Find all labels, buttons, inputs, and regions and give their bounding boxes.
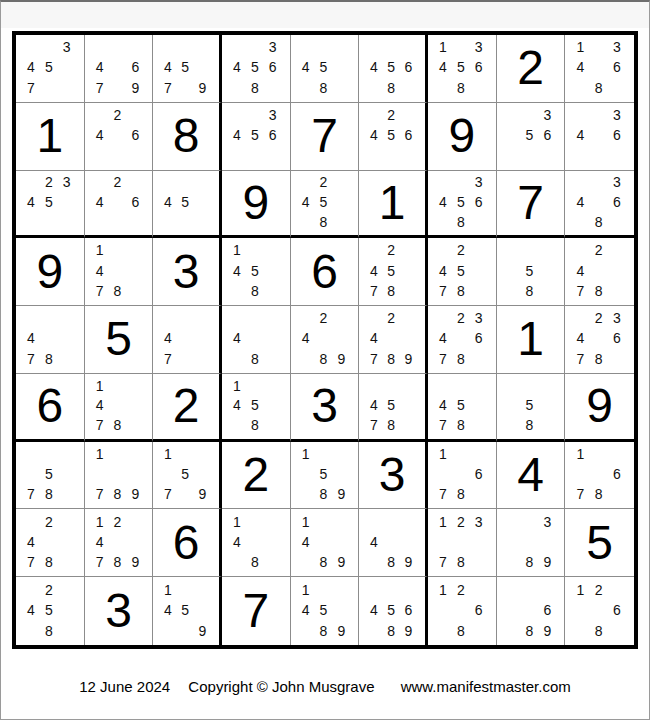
- footer: 12 June 2024 Copyright © John Musgrave w…: [1, 678, 649, 695]
- pencil-mark: 5: [521, 125, 539, 145]
- pencil-mark: 8: [383, 620, 400, 641]
- pencil-mark: 4: [91, 57, 109, 77]
- pencil-mark: 5: [452, 57, 470, 77]
- pencil-mark: 2: [109, 105, 127, 125]
- pencil-mark: 4: [22, 532, 40, 552]
- pencil-mark: 5: [521, 261, 539, 281]
- pencil-grid: 1458: [228, 376, 282, 435]
- pencil-mark: 9: [194, 620, 211, 641]
- pencil-grid: 3457: [22, 37, 76, 98]
- cell-r6c5[interactable]: 3: [291, 374, 360, 442]
- pencil-mark-empty: [40, 78, 58, 98]
- pencil-mark-empty: [608, 240, 626, 260]
- pencil-mark-empty: [297, 78, 315, 98]
- cell-r4c4[interactable]: 1458: [222, 238, 291, 306]
- cell-r7c3[interactable]: 1579: [153, 442, 222, 510]
- pencil-mark-empty: [194, 464, 211, 484]
- pencil-mark-empty: [264, 261, 282, 281]
- pencil-mark: 4: [22, 57, 40, 77]
- pencil-mark-empty: [91, 212, 109, 232]
- pencil-mark: 1: [571, 579, 589, 600]
- pencil-grid: 45689: [365, 579, 417, 641]
- cell-r9c7[interactable]: 1268: [428, 577, 497, 645]
- cell-r3c3[interactable]: 45: [153, 171, 222, 239]
- cell-r2c8[interactable]: 356: [497, 103, 566, 171]
- pencil-mark: 1: [434, 444, 452, 464]
- pencil-mark-empty: [177, 579, 194, 600]
- pencil-grid: 24789: [365, 308, 417, 369]
- pencil-mark-empty: [246, 105, 264, 125]
- cell-r1c4[interactable]: 34568: [222, 35, 291, 103]
- cell-r5c2[interactable]: 5: [85, 306, 154, 374]
- cell-value: 7: [291, 103, 359, 170]
- cell-r9c6[interactable]: 45689: [359, 577, 428, 645]
- pencil-mark-empty: [126, 212, 144, 232]
- pencil-mark: 5: [383, 57, 400, 77]
- cell-r3c7[interactable]: 34568: [428, 171, 497, 239]
- pencil-mark-empty: [400, 376, 417, 396]
- pencil-mark-empty: [521, 145, 539, 165]
- pencil-mark: 2: [109, 173, 127, 193]
- pencil-mark: 5: [452, 395, 470, 415]
- pencil-mark-empty: [365, 579, 382, 600]
- pencil-mark-empty: [365, 37, 382, 57]
- pencil-mark-empty: [434, 464, 452, 484]
- pencil-mark-empty: [434, 212, 452, 232]
- pencil-mark: 9: [194, 484, 211, 504]
- pencil-mark-empty: [58, 620, 76, 641]
- pencil-mark-empty: [332, 192, 350, 212]
- cell-r6c3[interactable]: 2: [153, 374, 222, 442]
- cell-r1c7[interactable]: 134568: [428, 35, 497, 103]
- pencil-mark: 7: [159, 484, 176, 504]
- pencil-mark-empty: [297, 464, 315, 484]
- pencil-mark-empty: [521, 532, 539, 552]
- cell-r5c4[interactable]: 48: [222, 306, 291, 374]
- pencil-grid: 58: [503, 376, 557, 435]
- cell-value: 1: [16, 103, 84, 170]
- cell-r8c1[interactable]: 2478: [16, 509, 85, 577]
- pencil-mark-empty: [58, 57, 76, 77]
- cell-r2c2[interactable]: 246: [85, 103, 154, 171]
- pencil-mark-empty: [383, 532, 400, 552]
- pencil-mark-empty: [571, 240, 589, 260]
- pencil-mark-empty: [452, 600, 470, 621]
- cell-r6c4[interactable]: 1458: [222, 374, 291, 442]
- pencil-mark-empty: [22, 212, 40, 232]
- pencil-grid: 489: [365, 511, 417, 572]
- pencil-mark: 3: [264, 37, 282, 57]
- pencil-mark-empty: [538, 281, 556, 301]
- pencil-mark: 7: [91, 484, 109, 504]
- pencil-mark-empty: [400, 105, 417, 125]
- pencil-mark: 4: [228, 328, 246, 348]
- cell-r7c7[interactable]: 1678: [428, 442, 497, 510]
- pencil-mark: 8: [452, 78, 470, 98]
- pencil-grid: 34568: [228, 37, 282, 98]
- cell-r9c5[interactable]: 14589: [291, 577, 360, 645]
- pencil-mark-empty: [400, 145, 417, 165]
- pencil-mark-empty: [332, 37, 350, 57]
- pencil-mark-empty: [109, 464, 127, 484]
- cell-r4c7[interactable]: 24578: [428, 238, 497, 306]
- cell-r1c2[interactable]: 4679: [85, 35, 154, 103]
- pencil-mark-empty: [58, 212, 76, 232]
- cell-r2c4[interactable]: 3456: [222, 103, 291, 171]
- pencil-mark: 5: [315, 57, 333, 77]
- pencil-mark-empty: [503, 376, 521, 396]
- cell-r9c2[interactable]: 3: [85, 577, 154, 645]
- pencil-mark-empty: [297, 308, 315, 328]
- pencil-mark-empty: [590, 192, 608, 212]
- pencil-mark: 8: [40, 620, 58, 641]
- cell-r7c2[interactable]: 1789: [85, 442, 154, 510]
- cell-r7c1[interactable]: 578: [16, 442, 85, 510]
- pencil-mark-empty: [177, 328, 194, 348]
- cell-r8c4[interactable]: 148: [222, 509, 291, 577]
- pencil-mark-empty: [400, 78, 417, 98]
- cell-r5c5[interactable]: 2489: [291, 306, 360, 374]
- cell-r5c8[interactable]: 1: [497, 306, 566, 374]
- pencil-mark: 5: [246, 125, 264, 145]
- pencil-mark-empty: [503, 145, 521, 165]
- pencil-grid: 1489: [297, 511, 351, 572]
- pencil-grid: 45: [159, 173, 211, 232]
- cell-r3c2[interactable]: 246: [85, 171, 154, 239]
- pencil-mark-empty: [571, 620, 589, 641]
- pencil-mark: 3: [264, 105, 282, 125]
- pencil-mark: 5: [315, 600, 333, 621]
- pencil-mark: 7: [159, 78, 176, 98]
- pencil-grid: 234678: [434, 308, 488, 369]
- pencil-mark-empty: [470, 349, 488, 369]
- cell-r2c6[interactable]: 2456: [359, 103, 428, 171]
- pencil-mark-empty: [590, 37, 608, 57]
- cell-r6c9[interactable]: 9: [565, 374, 634, 442]
- cell-r6c6[interactable]: 4578: [359, 374, 428, 442]
- pencil-mark: 4: [91, 192, 109, 212]
- cell-r4c9[interactable]: 2478: [565, 238, 634, 306]
- cell-r5c9[interactable]: 234678: [565, 306, 634, 374]
- pencil-mark: 5: [315, 192, 333, 212]
- cell-r2c3[interactable]: 8: [153, 103, 222, 171]
- pencil-mark: 2: [590, 308, 608, 328]
- pencil-mark-empty: [365, 240, 382, 260]
- cell-r4c3[interactable]: 3: [153, 238, 222, 306]
- cell-r1c1[interactable]: 3457: [16, 35, 85, 103]
- cell-r1c9[interactable]: 13468: [565, 35, 634, 103]
- pencil-mark: 3: [608, 173, 626, 193]
- pencil-mark: 6: [400, 125, 417, 145]
- cell-r1c5[interactable]: 458: [291, 35, 360, 103]
- pencil-mark: 8: [383, 78, 400, 98]
- pencil-mark: 7: [434, 552, 452, 572]
- pencil-mark: 9: [332, 484, 350, 504]
- cell-r3c8[interactable]: 7: [497, 171, 566, 239]
- pencil-mark-empty: [538, 376, 556, 396]
- cell-r8c6[interactable]: 489: [359, 509, 428, 577]
- pencil-mark: 9: [400, 349, 417, 369]
- pencil-mark: 7: [91, 281, 109, 301]
- pencil-mark: 4: [228, 125, 246, 145]
- pencil-mark-empty: [40, 444, 58, 464]
- pencil-mark-empty: [297, 620, 315, 641]
- pencil-mark: 8: [109, 281, 127, 301]
- pencil-mark-empty: [571, 212, 589, 232]
- pencil-mark-empty: [365, 511, 382, 531]
- pencil-mark: 6: [264, 125, 282, 145]
- pencil-mark: 8: [246, 552, 264, 572]
- pencil-mark: 6: [400, 600, 417, 621]
- cell-r8c8[interactable]: 389: [497, 509, 566, 577]
- pencil-mark: 1: [159, 444, 176, 464]
- pencil-mark: 7: [159, 349, 176, 369]
- cell-r5c6[interactable]: 24789: [359, 306, 428, 374]
- pencil-mark-empty: [400, 240, 417, 260]
- cell-r2c1[interactable]: 1: [16, 103, 85, 171]
- pencil-mark: 8: [383, 281, 400, 301]
- pencil-mark-empty: [126, 105, 144, 125]
- cell-r2c9[interactable]: 346: [565, 103, 634, 171]
- cell-r7c4[interactable]: 2: [222, 442, 291, 510]
- cell-r2c5[interactable]: 7: [291, 103, 360, 171]
- pencil-mark-empty: [264, 308, 282, 328]
- pencil-mark-empty: [571, 145, 589, 165]
- pencil-grid: 2456: [365, 105, 417, 166]
- pencil-mark-empty: [264, 240, 282, 260]
- pencil-mark: 8: [590, 484, 608, 504]
- cell-r7c9[interactable]: 1678: [565, 442, 634, 510]
- pencil-mark: 8: [246, 78, 264, 98]
- pencil-mark: 9: [400, 552, 417, 572]
- pencil-mark: 6: [470, 57, 488, 77]
- pencil-mark: 6: [400, 57, 417, 77]
- pencil-mark-empty: [365, 376, 382, 396]
- pencil-mark-empty: [365, 105, 382, 125]
- cell-value: 5: [85, 306, 153, 373]
- pencil-mark-empty: [452, 376, 470, 396]
- cell-value: 3: [291, 374, 359, 439]
- pencil-mark: 7: [22, 349, 40, 369]
- pencil-mark-empty: [159, 620, 176, 641]
- pencil-mark-empty: [400, 328, 417, 348]
- pencil-mark: 4: [297, 57, 315, 77]
- pencil-mark: 5: [40, 464, 58, 484]
- pencil-mark-empty: [590, 600, 608, 621]
- cell-r1c3[interactable]: 4579: [153, 35, 222, 103]
- cell-r4c8[interactable]: 58: [497, 238, 566, 306]
- pencil-mark-empty: [590, 328, 608, 348]
- pencil-mark-empty: [590, 464, 608, 484]
- pencil-mark-empty: [126, 415, 144, 435]
- pencil-mark-empty: [503, 105, 521, 125]
- cell-r4c6[interactable]: 24578: [359, 238, 428, 306]
- pencil-mark-empty: [452, 328, 470, 348]
- pencil-mark: 3: [538, 105, 556, 125]
- cell-r4c2[interactable]: 1478: [85, 238, 154, 306]
- cell-r9c3[interactable]: 1459: [153, 577, 222, 645]
- pencil-mark: 8: [521, 415, 539, 435]
- pencil-mark: 7: [91, 78, 109, 98]
- cell-r3c4[interactable]: 9: [222, 171, 291, 239]
- cell-r8c2[interactable]: 124789: [85, 509, 154, 577]
- pencil-mark: 3: [470, 173, 488, 193]
- pencil-grid: 3468: [571, 173, 626, 232]
- pencil-mark: 2: [452, 308, 470, 328]
- pencil-grid: 478: [22, 308, 76, 369]
- pencil-mark-empty: [315, 444, 333, 464]
- pencil-mark: 4: [297, 192, 315, 212]
- cell-r5c3[interactable]: 47: [153, 306, 222, 374]
- cell-r1c8[interactable]: 2: [497, 35, 566, 103]
- cell-r9c1[interactable]: 2458: [16, 577, 85, 645]
- cell-r3c6[interactable]: 1: [359, 171, 428, 239]
- pencil-mark-empty: [109, 57, 127, 77]
- pencil-mark-empty: [109, 261, 127, 281]
- pencil-mark-empty: [58, 349, 76, 369]
- pencil-mark-empty: [332, 212, 350, 232]
- pencil-mark-empty: [126, 395, 144, 415]
- pencil-mark: 1: [91, 376, 109, 396]
- cell-value: 5: [565, 509, 634, 576]
- footer-website: www.manifestmaster.com: [401, 678, 571, 695]
- pencil-mark-empty: [590, 261, 608, 281]
- pencil-mark-empty: [58, 532, 76, 552]
- cell-r4c5[interactable]: 6: [291, 238, 360, 306]
- pencil-mark-empty: [571, 600, 589, 621]
- pencil-grid: 4579: [159, 37, 211, 98]
- pencil-mark-empty: [365, 620, 382, 641]
- pencil-mark-empty: [246, 328, 264, 348]
- pencil-mark-empty: [58, 552, 76, 572]
- pencil-mark-empty: [159, 464, 176, 484]
- pencil-mark: 5: [521, 395, 539, 415]
- cell-r7c8[interactable]: 4: [497, 442, 566, 510]
- pencil-mark: 3: [470, 511, 488, 531]
- pencil-mark-empty: [365, 78, 382, 98]
- cell-r7c5[interactable]: 1589: [291, 442, 360, 510]
- pencil-grid: 346: [571, 105, 626, 166]
- pencil-mark-empty: [109, 395, 127, 415]
- pencil-mark: 4: [91, 395, 109, 415]
- pencil-mark-empty: [590, 145, 608, 165]
- pencil-mark-empty: [22, 579, 40, 600]
- pencil-mark: 7: [365, 281, 382, 301]
- pencil-mark: 2: [383, 240, 400, 260]
- pencil-mark: 6: [538, 125, 556, 145]
- cell-r3c5[interactable]: 2458: [291, 171, 360, 239]
- pencil-mark: 5: [452, 261, 470, 281]
- pencil-mark-empty: [521, 511, 539, 531]
- cell-r6c8[interactable]: 58: [497, 374, 566, 442]
- cell-r4c1[interactable]: 9: [16, 238, 85, 306]
- pencil-mark-empty: [452, 37, 470, 57]
- cell-r6c7[interactable]: 4578: [428, 374, 497, 442]
- pencil-mark-empty: [228, 78, 246, 98]
- pencil-mark-empty: [159, 173, 176, 193]
- pencil-grid: 1678: [434, 444, 488, 505]
- pencil-mark-empty: [126, 376, 144, 396]
- pencil-mark: 4: [228, 532, 246, 552]
- pencil-mark: 4: [434, 395, 452, 415]
- cell-r8c9[interactable]: 5: [565, 509, 634, 577]
- pencil-mark-empty: [109, 444, 127, 464]
- pencil-mark: 4: [228, 261, 246, 281]
- pencil-mark-empty: [194, 212, 211, 232]
- pencil-mark: 1: [228, 376, 246, 396]
- pencil-mark: 4: [297, 532, 315, 552]
- pencil-mark-empty: [58, 308, 76, 328]
- pencil-mark-empty: [538, 579, 556, 600]
- cell-r2c7[interactable]: 9: [428, 103, 497, 171]
- pencil-grid: 356: [503, 105, 557, 166]
- cell-r7c6[interactable]: 3: [359, 442, 428, 510]
- cell-value: 9: [565, 374, 634, 439]
- pencil-mark-empty: [58, 464, 76, 484]
- pencil-mark: 9: [332, 620, 350, 641]
- pencil-mark: 4: [159, 600, 176, 621]
- pencil-mark: 4: [571, 192, 589, 212]
- pencil-mark: 2: [383, 105, 400, 125]
- pencil-mark-empty: [264, 78, 282, 98]
- cell-value: 7: [222, 577, 290, 645]
- pencil-mark-empty: [58, 579, 76, 600]
- cell-r3c1[interactable]: 2345: [16, 171, 85, 239]
- pencil-grid: 47: [159, 308, 211, 369]
- pencil-mark: 1: [297, 511, 315, 531]
- pencil-mark: 7: [22, 552, 40, 572]
- pencil-grid: 13468: [571, 37, 626, 98]
- cell-value: 3: [359, 442, 425, 509]
- cell-r6c2[interactable]: 1478: [85, 374, 154, 442]
- cell-r9c9[interactable]: 1268: [565, 577, 634, 645]
- cell-r6c1[interactable]: 6: [16, 374, 85, 442]
- pencil-mark-empty: [159, 37, 176, 57]
- cell-r3c9[interactable]: 3468: [565, 171, 634, 239]
- pencil-mark-empty: [434, 240, 452, 260]
- cell-r5c7[interactable]: 234678: [428, 306, 497, 374]
- cell-r8c5[interactable]: 1489: [291, 509, 360, 577]
- pencil-mark: 4: [571, 261, 589, 281]
- pencil-mark-empty: [400, 37, 417, 57]
- cell-r5c1[interactable]: 478: [16, 306, 85, 374]
- pencil-mark: 7: [434, 415, 452, 435]
- pencil-mark: 8: [521, 620, 539, 641]
- pencil-mark: 9: [194, 78, 211, 98]
- pencil-mark-empty: [608, 620, 626, 641]
- cell-r1c6[interactable]: 4568: [359, 35, 428, 103]
- cell-r8c3[interactable]: 6: [153, 509, 222, 577]
- pencil-grid: 58: [503, 240, 557, 301]
- pencil-mark: 5: [246, 395, 264, 415]
- pencil-mark-empty: [126, 240, 144, 260]
- pencil-mark-empty: [194, 192, 211, 212]
- pencil-mark-empty: [109, 192, 127, 212]
- pencil-grid: 1478: [91, 240, 145, 301]
- pencil-mark-empty: [177, 349, 194, 369]
- cell-r9c8[interactable]: 689: [497, 577, 566, 645]
- pencil-mark-empty: [91, 173, 109, 193]
- pencil-mark-empty: [503, 620, 521, 641]
- pencil-mark: 3: [608, 308, 626, 328]
- cell-r8c7[interactable]: 12378: [428, 509, 497, 577]
- pencil-grid: 246: [91, 105, 145, 166]
- pencil-mark-empty: [91, 145, 109, 165]
- cell-r9c4[interactable]: 7: [222, 577, 291, 645]
- pencil-mark-empty: [194, 173, 211, 193]
- pencil-mark: 6: [126, 125, 144, 145]
- pencil-mark-empty: [608, 145, 626, 165]
